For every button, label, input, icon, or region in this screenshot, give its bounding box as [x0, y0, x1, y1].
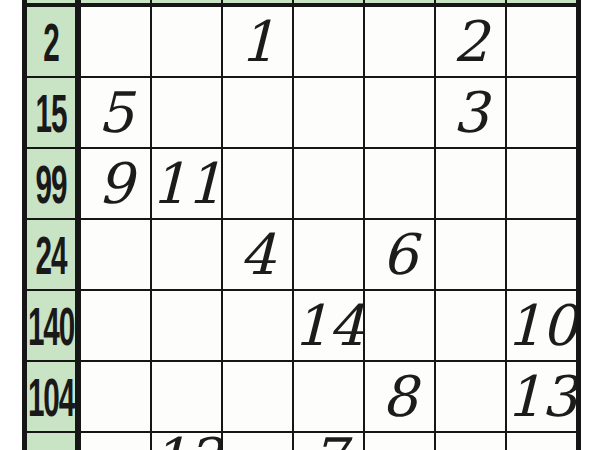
grid-cell-r6c3[interactable]: [223, 362, 294, 433]
grid-cell-r5c5[interactable]: [365, 291, 436, 362]
grid-cell-r2c2[interactable]: [152, 78, 223, 149]
factor-digit: 1: [240, 9, 276, 74]
row-target-cell-r2: 15: [27, 78, 81, 149]
factor-digit: 5: [98, 80, 134, 145]
grid-cell-r5c7[interactable]: 10: [507, 291, 576, 362]
factor-digit: 10: [507, 293, 576, 358]
grid-cell-r6c1[interactable]: [81, 362, 152, 433]
grid-cell-r7c1[interactable]: [81, 433, 152, 450]
grid-cell-r7c4[interactable]: 7: [294, 433, 365, 450]
grid-cell-r3c1[interactable]: 9: [81, 149, 152, 220]
factor-digit: 2: [453, 9, 489, 74]
row-target-value: 2: [43, 11, 58, 73]
grid-cell-r3c5[interactable]: [365, 149, 436, 220]
grid-cell-r4c2[interactable]: [152, 220, 223, 291]
row-target-cell-r5: 140: [27, 291, 81, 362]
grid-cell-r5c1[interactable]: [81, 291, 152, 362]
grid-cell-r4c3[interactable]: 4: [223, 220, 294, 291]
puzzle-screenshot: 21215539991124461401410104813127: [0, 0, 600, 450]
column-target-cell: [507, 0, 576, 7]
grid-cell-r6c5[interactable]: 8: [365, 362, 436, 433]
grid-cell-r3c6[interactable]: [436, 149, 507, 220]
grid-cell-r1c1[interactable]: [81, 7, 152, 78]
grid-cell-r2c7[interactable]: [507, 78, 576, 149]
grid-cell-r2c4[interactable]: [294, 78, 365, 149]
grid-cell-r7c7[interactable]: [507, 433, 576, 450]
grid-cell-r1c5[interactable]: [365, 7, 436, 78]
grid-cell-r6c7[interactable]: 13: [507, 362, 576, 433]
row-target-cell-r6: 104: [27, 362, 81, 433]
factor-digit: 12: [152, 433, 222, 450]
grid-cell-r2c5[interactable]: [365, 78, 436, 149]
row-target-cell-r1: 2: [27, 7, 81, 78]
grid-cell-r5c6[interactable]: [436, 291, 507, 362]
column-target-cell: [223, 0, 294, 7]
corner-header-cell: [27, 0, 81, 7]
grid-cell-r1c6[interactable]: 2: [436, 7, 507, 78]
factor-digit: 9: [98, 151, 134, 216]
row-target-value: 104: [28, 366, 74, 428]
factor-digit: 7: [311, 433, 347, 450]
grid-cell-r5c3[interactable]: [223, 291, 294, 362]
row-target-value: 24: [36, 224, 67, 286]
row-target-value: 140: [28, 295, 74, 357]
grid-cell-r4c5[interactable]: 6: [365, 220, 436, 291]
row-target-cell-r3: 99: [27, 149, 81, 220]
grid-cell-r1c7[interactable]: [507, 7, 576, 78]
grid-cell-r4c6[interactable]: [436, 220, 507, 291]
grid-cell-r2c1[interactable]: 5: [81, 78, 152, 149]
factor-digit: 4: [240, 222, 276, 287]
grid-cell-r3c4[interactable]: [294, 149, 365, 220]
grid-cell-r6c6[interactable]: [436, 362, 507, 433]
grid-cell-r7c6[interactable]: [436, 433, 507, 450]
factor-digit: 14: [294, 293, 364, 358]
grid-cell-r7c5[interactable]: [365, 433, 436, 450]
factor-digit: 11: [152, 151, 222, 216]
column-target-cell: [436, 0, 507, 7]
grid-cell-r1c3[interactable]: 1: [223, 7, 294, 78]
column-target-cell: [365, 0, 436, 7]
row-target-cell-r4: 24: [27, 220, 81, 291]
grid-cell-r4c1[interactable]: [81, 220, 152, 291]
grid-cell-r3c3[interactable]: [223, 149, 294, 220]
grid-cell-r7c3[interactable]: [223, 433, 294, 450]
grid-cell-r4c4[interactable]: [294, 220, 365, 291]
column-target-cell: [81, 0, 152, 7]
factor-digit: 8: [382, 364, 418, 429]
grid-cell-r7c2[interactable]: 12: [152, 433, 223, 450]
grid-cell-r1c4[interactable]: [294, 7, 365, 78]
grid-cell-r2c3[interactable]: [223, 78, 294, 149]
row-target-value: 15: [36, 82, 67, 144]
grid-cell-r5c2[interactable]: [152, 291, 223, 362]
factor-digit: 3: [453, 80, 489, 145]
grid-cell-r1c2[interactable]: [152, 7, 223, 78]
multiplication-grid-board: 21215539991124461401410104813127: [22, 0, 581, 450]
factor-digit: 13: [507, 364, 576, 429]
column-target-cell: [152, 0, 223, 7]
grid-cell-r2c6[interactable]: 3: [436, 78, 507, 149]
grid-cell-r5c4[interactable]: 14: [294, 291, 365, 362]
factor-digit: 6: [382, 222, 418, 287]
grid-cell-r3c7[interactable]: [507, 149, 576, 220]
grid-cell-r4c7[interactable]: [507, 220, 576, 291]
grid-cell-r6c2[interactable]: [152, 362, 223, 433]
row-target-cell-r7: [27, 433, 81, 450]
grid-cell-r3c2[interactable]: 11: [152, 149, 223, 220]
grid-cell-r6c4[interactable]: [294, 362, 365, 433]
row-target-value: 99: [36, 153, 67, 215]
column-target-cell: [294, 0, 365, 7]
